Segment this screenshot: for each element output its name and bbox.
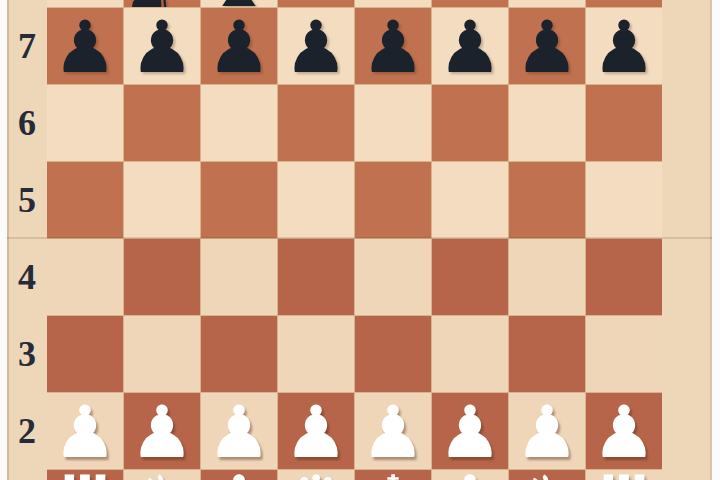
square-d4[interactable]	[278, 239, 354, 315]
square-b3[interactable]	[124, 316, 200, 392]
rank-label-3: 3	[7, 316, 47, 392]
square-d8[interactable]: ♛	[278, 0, 354, 7]
square-a3[interactable]	[47, 316, 123, 392]
square-d5[interactable]	[278, 162, 354, 238]
square-f2[interactable]: ♟	[432, 393, 508, 469]
white-pawn-e2: ♟	[361, 396, 426, 468]
square-g6[interactable]	[509, 85, 585, 161]
black-pawn-a7: ♟	[53, 11, 118, 83]
white-pawn-g2: ♟	[515, 396, 580, 468]
square-h3[interactable]	[586, 316, 662, 392]
square-b4[interactable]	[124, 239, 200, 315]
square-a8[interactable]: ♜	[47, 0, 123, 7]
square-e2[interactable]: ♟	[355, 393, 431, 469]
white-pawn-h2: ♟	[592, 396, 657, 468]
square-f1[interactable]: ♝	[432, 470, 508, 480]
square-g3[interactable]	[509, 316, 585, 392]
square-b8[interactable]: ♞	[124, 0, 200, 7]
black-knight-b8: ♞	[124, 0, 182, 7]
rank-label-6: 6	[7, 85, 47, 161]
square-d2[interactable]: ♟	[278, 393, 354, 469]
square-b5[interactable]	[124, 162, 200, 238]
square-a6[interactable]	[47, 85, 123, 161]
white-knight-g1: ♞	[511, 470, 583, 480]
white-pawn-d2: ♟	[284, 396, 349, 468]
white-rook-h1: ♜	[588, 470, 660, 480]
square-d6[interactable]	[278, 85, 354, 161]
white-rook-a1: ♜	[49, 470, 121, 480]
white-king-e1: ♚	[357, 470, 429, 480]
square-d3[interactable]	[278, 316, 354, 392]
square-e4[interactable]	[355, 239, 431, 315]
black-pawn-b7: ♟	[130, 11, 195, 83]
square-g5[interactable]	[509, 162, 585, 238]
square-g8[interactable]: ♞	[509, 0, 585, 7]
square-d1[interactable]: ♛	[278, 470, 354, 480]
square-f6[interactable]	[432, 85, 508, 161]
rank-label-2: 2	[7, 393, 47, 469]
white-bishop-c1: ♝	[203, 470, 275, 480]
square-b6[interactable]	[124, 85, 200, 161]
square-h6[interactable]	[586, 85, 662, 161]
rank-label-5: 5	[7, 162, 47, 238]
square-c1[interactable]: ♝	[201, 470, 277, 480]
square-h4[interactable]	[586, 239, 662, 315]
square-g1[interactable]: ♞	[509, 470, 585, 480]
white-queen-d1: ♛	[280, 470, 352, 480]
square-a7[interactable]: ♟	[47, 8, 123, 84]
black-pawn-c7: ♟	[207, 11, 272, 83]
square-f5[interactable]	[432, 162, 508, 238]
white-pawn-b2: ♟	[130, 396, 195, 468]
square-h1[interactable]: ♜	[586, 470, 662, 480]
square-c8[interactable]: ♝	[201, 0, 277, 7]
rank-label-7: 7	[7, 8, 47, 84]
black-pawn-e7: ♟	[361, 11, 426, 83]
white-pawn-a2: ♟	[53, 396, 118, 468]
square-a1[interactable]: ♜	[47, 470, 123, 480]
rank-label-4: 4	[7, 239, 47, 315]
square-h7[interactable]: ♟	[586, 8, 662, 84]
rank-labels-column: 765432	[7, 0, 47, 480]
square-c3[interactable]	[201, 316, 277, 392]
black-pawn-g7: ♟	[515, 11, 580, 83]
square-e5[interactable]	[355, 162, 431, 238]
square-e3[interactable]	[355, 316, 431, 392]
square-e8[interactable]: ♚	[355, 0, 431, 7]
board-squares: ♜♞♝♛♚♝♞♜♟♟♟♟♟♟♟♟♟♟♟♟♟♟♟♟♜♞♝♛♚♝♞♜	[47, 0, 662, 480]
black-pawn-h7: ♟	[592, 11, 657, 83]
square-g4[interactable]	[509, 239, 585, 315]
black-pawn-f7: ♟	[438, 11, 503, 83]
square-a4[interactable]	[47, 239, 123, 315]
square-e1[interactable]: ♚	[355, 470, 431, 480]
square-a2[interactable]: ♟	[47, 393, 123, 469]
square-f3[interactable]	[432, 316, 508, 392]
chess-board: 765432 ♜♞♝♛♚♝♞♜♟♟♟♟♟♟♟♟♟♟♟♟♟♟♟♟♜♞♝♛♚♝♞♜	[7, 0, 712, 480]
square-f7[interactable]: ♟	[432, 8, 508, 84]
square-c2[interactable]: ♟	[201, 393, 277, 469]
square-b2[interactable]: ♟	[124, 393, 200, 469]
square-f8[interactable]: ♝	[432, 0, 508, 7]
square-h8[interactable]: ♜	[586, 0, 662, 7]
square-b1[interactable]: ♞	[124, 470, 200, 480]
square-c7[interactable]: ♟	[201, 8, 277, 84]
square-c4[interactable]	[201, 239, 277, 315]
square-d7[interactable]: ♟	[278, 8, 354, 84]
black-pawn-d7: ♟	[284, 11, 349, 83]
square-g7[interactable]: ♟	[509, 8, 585, 84]
square-e6[interactable]	[355, 85, 431, 161]
square-b7[interactable]: ♟	[124, 8, 200, 84]
black-bishop-c8: ♝	[203, 0, 275, 7]
square-e7[interactable]: ♟	[355, 8, 431, 84]
square-a5[interactable]	[47, 162, 123, 238]
square-c6[interactable]	[201, 85, 277, 161]
white-pawn-c2: ♟	[207, 396, 272, 468]
square-c5[interactable]	[201, 162, 277, 238]
square-h5[interactable]	[586, 162, 662, 238]
square-g2[interactable]: ♟	[509, 393, 585, 469]
white-bishop-f1: ♝	[434, 470, 506, 480]
white-knight-b1: ♞	[126, 470, 198, 480]
white-pawn-f2: ♟	[438, 396, 503, 468]
square-f4[interactable]	[432, 239, 508, 315]
square-h2[interactable]: ♟	[586, 393, 662, 469]
